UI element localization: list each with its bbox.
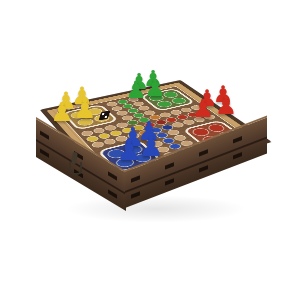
blue-pawn: ♟ — [138, 133, 163, 161]
yellow-pawn: ♟ — [50, 99, 73, 125]
green-pawn: ♟ — [144, 76, 166, 100]
red-pawn: ♟ — [215, 93, 237, 118]
yellow-pawn: ♟ — [73, 96, 96, 122]
ground-shadow — [58, 194, 254, 224]
scene: ♟♟♟♟♟♟♟♟♟♟♟♟♟♟♟♟ — [0, 0, 300, 300]
red-pawn: ♟ — [192, 96, 214, 121]
clasp-hook-icon — [69, 162, 82, 175]
